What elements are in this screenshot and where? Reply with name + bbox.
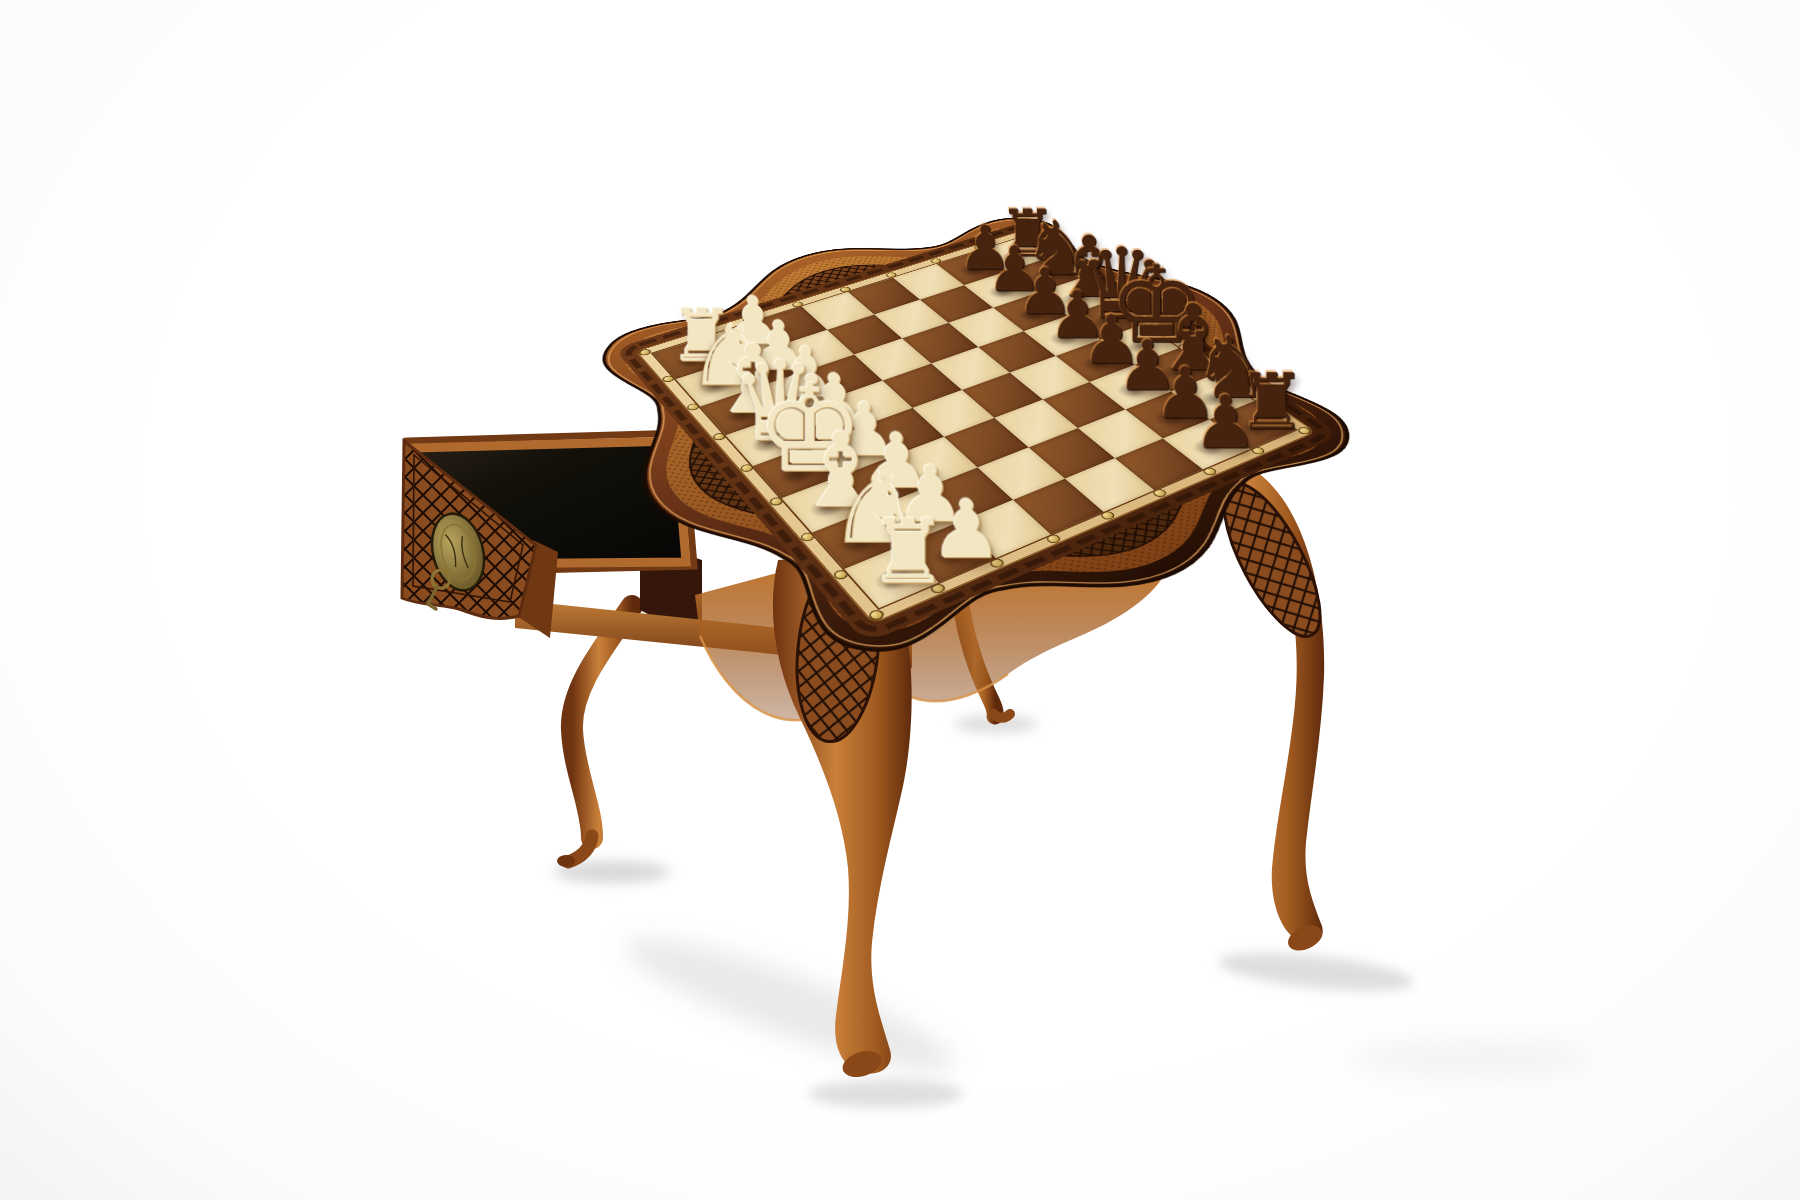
floor-shadows (554, 715, 1590, 1108)
tabletop: ♜♟♟♜♞♟♟♞♝♟♟♝♛♟♟♛♚♟♟♚♝♟♟♝♞♟♟♞♜♟♟♜ (514, 180, 1463, 748)
chess-piece-white-rook[interactable]: ♜ (868, 509, 948, 593)
tabletop-perspective-wrap: ♜♟♟♜♞♟♟♞♝♟♟♝♛♟♟♛♚♟♟♚♝♟♟♝♞♟♟♞♜♟♟♜ (602, 30, 1322, 750)
chess-piece-black-pawn[interactable]: ♟ (1193, 389, 1258, 458)
